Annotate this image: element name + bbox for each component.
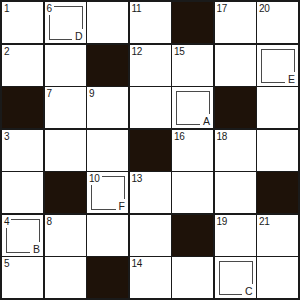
- clue-number: 18: [215, 130, 230, 143]
- grid-cell[interactable]: [257, 257, 298, 298]
- clue-number: 6: [45, 2, 54, 15]
- grid-cell[interactable]: A: [172, 87, 213, 128]
- marker-letter: D: [72, 29, 84, 41]
- grid-cell[interactable]: [172, 172, 213, 213]
- marker-letter: E: [285, 72, 296, 84]
- black-cell: [172, 2, 213, 43]
- clue-number: 13: [130, 172, 145, 185]
- clue-number: 1: [2, 2, 11, 15]
- marker-letter: C: [242, 284, 254, 296]
- grid-cell[interactable]: 9: [87, 87, 128, 128]
- marker-box: E: [261, 49, 295, 83]
- grid-cell[interactable]: E: [257, 45, 298, 86]
- grid-cell[interactable]: [257, 130, 298, 171]
- grid-cell[interactable]: [45, 257, 86, 298]
- grid-cell[interactable]: 15: [172, 45, 213, 86]
- grid-cell[interactable]: 3: [2, 130, 43, 171]
- grid-cell[interactable]: 20: [257, 2, 298, 43]
- black-cell: [87, 257, 128, 298]
- grid-cell[interactable]: 14: [130, 257, 171, 298]
- clue-number: 17: [215, 2, 230, 15]
- clue-number: 14: [130, 257, 145, 270]
- black-cell: [130, 130, 171, 171]
- grid-cell[interactable]: 1: [2, 2, 43, 43]
- grid-cell[interactable]: [130, 87, 171, 128]
- black-cell: [87, 45, 128, 86]
- grid-cell[interactable]: 12: [130, 45, 171, 86]
- clue-number: 11: [130, 2, 144, 15]
- grid-cell[interactable]: [130, 215, 171, 256]
- clue-number: 4: [2, 215, 11, 228]
- black-cell: [2, 87, 43, 128]
- grid-cell[interactable]: [257, 87, 298, 128]
- clue-number: 10: [87, 172, 102, 185]
- clue-number: 8: [45, 215, 54, 228]
- grid-cell[interactable]: [215, 172, 256, 213]
- clue-number: 16: [172, 130, 187, 143]
- marker-box: A: [176, 91, 210, 125]
- grid-cell[interactable]: [2, 172, 43, 213]
- crossword-grid: 1D611172021215E79A31618F1013B481921514C: [0, 0, 300, 300]
- clue-number: 3: [2, 130, 11, 143]
- grid-cell[interactable]: 17: [215, 2, 256, 43]
- black-cell: [45, 172, 86, 213]
- grid-cell[interactable]: 19: [215, 215, 256, 256]
- black-cell: [257, 172, 298, 213]
- grid-cell[interactable]: [45, 45, 86, 86]
- grid-cell[interactable]: [87, 130, 128, 171]
- grid-cell[interactable]: [87, 2, 128, 43]
- clue-number: 20: [257, 2, 272, 15]
- grid-cell[interactable]: [215, 45, 256, 86]
- clue-number: 19: [215, 215, 230, 228]
- black-cell: [172, 215, 213, 256]
- clue-number: 21: [257, 215, 272, 228]
- marker-box: C: [219, 261, 253, 295]
- marker-letter: A: [200, 114, 211, 126]
- grid-cell[interactable]: [45, 130, 86, 171]
- grid-cell[interactable]: 2: [2, 45, 43, 86]
- clue-number: 12: [130, 45, 145, 58]
- grid-cell[interactable]: 16: [172, 130, 213, 171]
- grid-cell[interactable]: D6: [45, 2, 86, 43]
- grid-cell[interactable]: 11: [130, 2, 171, 43]
- grid-cell[interactable]: F10: [87, 172, 128, 213]
- grid-cell[interactable]: B4: [2, 215, 43, 256]
- clue-number: 9: [87, 87, 96, 100]
- grid-cell[interactable]: [172, 257, 213, 298]
- grid-cell[interactable]: 5: [2, 257, 43, 298]
- marker-letter: F: [116, 199, 126, 211]
- marker-letter: B: [30, 242, 41, 254]
- grid-cell[interactable]: 8: [45, 215, 86, 256]
- grid-cell[interactable]: 13: [130, 172, 171, 213]
- grid-cell[interactable]: 21: [257, 215, 298, 256]
- grid-cell[interactable]: 7: [45, 87, 86, 128]
- grid-cell[interactable]: 18: [215, 130, 256, 171]
- grid-cell[interactable]: C: [215, 257, 256, 298]
- clue-number: 7: [45, 87, 54, 100]
- grid-cell[interactable]: [87, 215, 128, 256]
- clue-number: 15: [172, 45, 187, 58]
- clue-number: 2: [2, 45, 11, 58]
- clue-number: 5: [2, 257, 11, 270]
- black-cell: [215, 87, 256, 128]
